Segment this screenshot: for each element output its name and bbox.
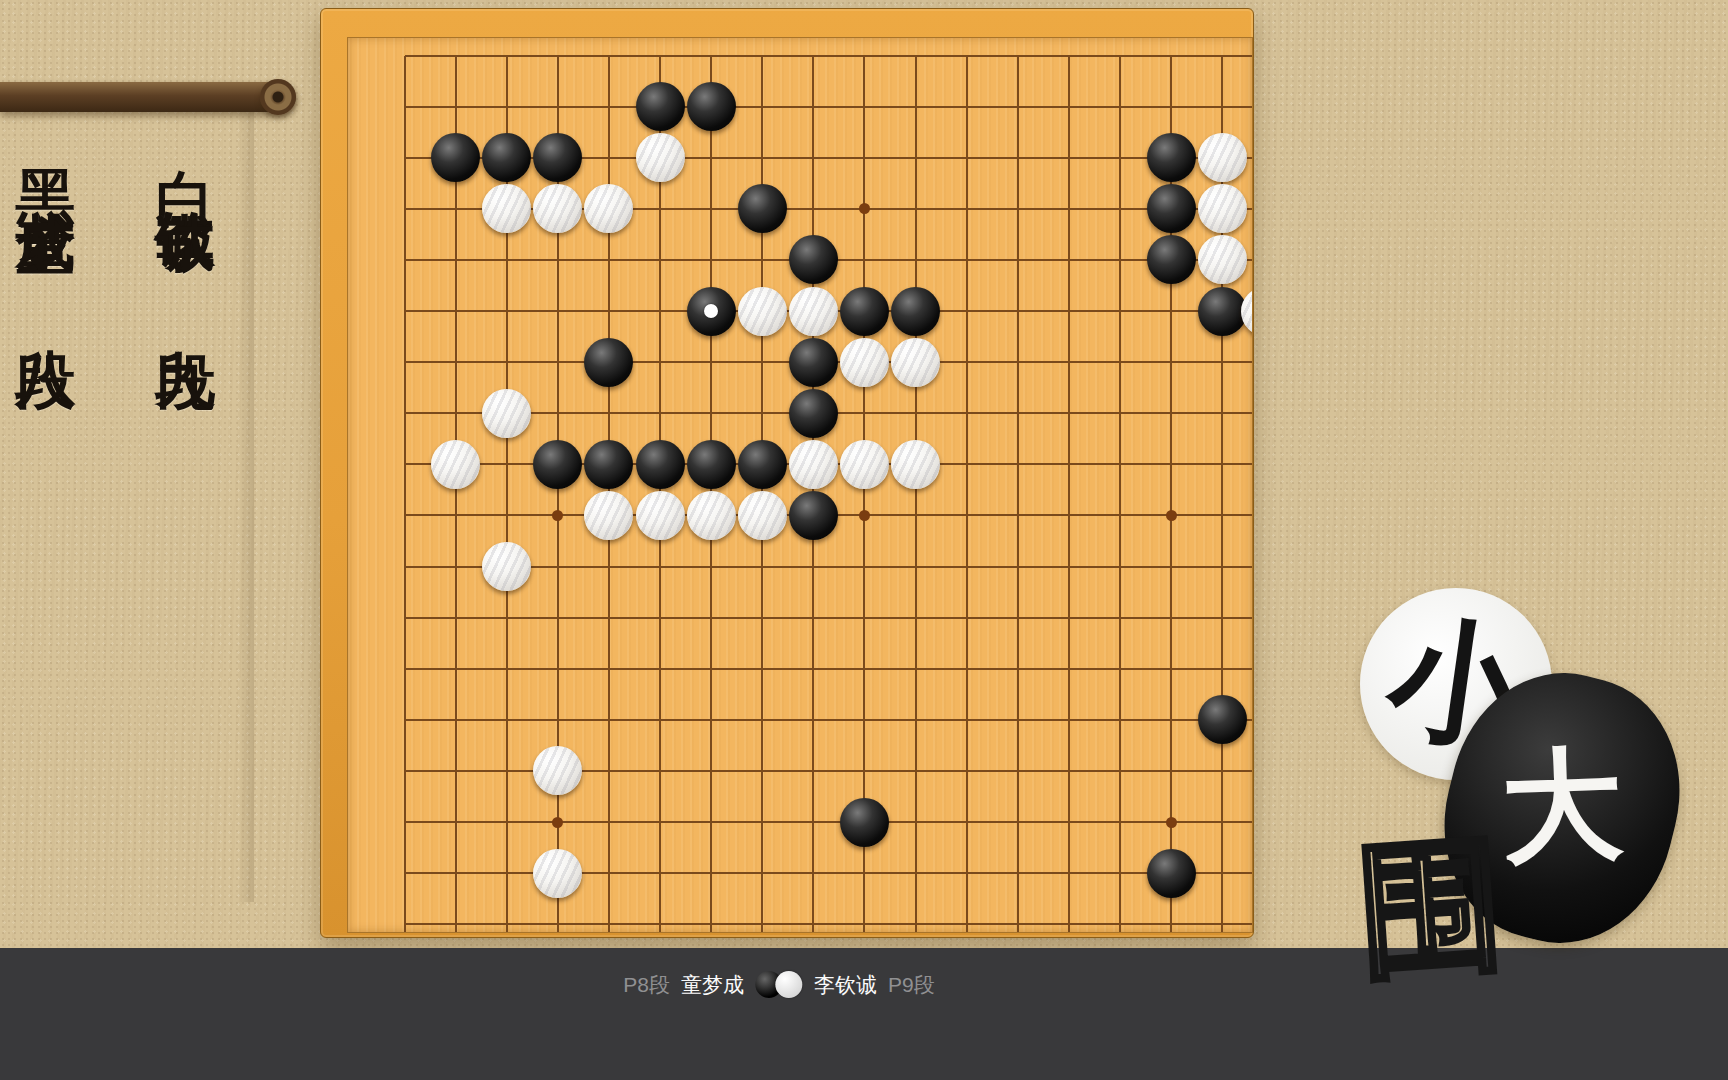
black-stone [840, 287, 889, 336]
black-stone [840, 798, 889, 847]
black-player-column: 黑童梦成八段 [12, 122, 79, 912]
stones-vs-icon [755, 970, 803, 1000]
logo-black-char: 大 [1498, 724, 1626, 892]
black-stone [1147, 184, 1196, 233]
white-stone [891, 440, 940, 489]
white-stone [482, 389, 531, 438]
logo-outline-char: 围 [1351, 805, 1510, 1012]
star-point [859, 203, 870, 214]
black-stone [533, 133, 582, 182]
black-name-label: 童梦成 [681, 971, 744, 999]
white-stone [738, 491, 787, 540]
grid-line [1119, 56, 1121, 934]
grid-line [405, 55, 1254, 57]
black-stone [891, 287, 940, 336]
white-name-label: 李钦诚 [814, 971, 877, 999]
grid-line [915, 56, 917, 934]
scroll-roller-cap-icon [260, 79, 296, 115]
grid-line [405, 157, 1254, 159]
white-stone [1198, 184, 1247, 233]
star-point [1166, 510, 1177, 521]
star-point [552, 510, 563, 521]
white-stone [482, 184, 531, 233]
grid-line [405, 566, 1254, 568]
black-stone [687, 440, 736, 489]
black-stone [533, 440, 582, 489]
white-stone [840, 338, 889, 387]
white-stone [431, 440, 480, 489]
black-stone [1198, 695, 1247, 744]
white-stone [891, 338, 940, 387]
white-player-column: 白李钦诚九段 [152, 122, 219, 912]
grid-line [405, 770, 1254, 772]
black-stone [584, 440, 633, 489]
scroll-edge-shadow [238, 112, 254, 902]
white-stone [1198, 133, 1247, 182]
black-stone [636, 82, 685, 131]
black-stone [789, 235, 838, 284]
white-stone [636, 133, 685, 182]
matchup-row: P8段 童梦成 李钦诚 P9段 [623, 970, 934, 1000]
black-stone [1147, 849, 1196, 898]
black-stone [789, 389, 838, 438]
white-stone [840, 440, 889, 489]
white-stone [1198, 235, 1247, 284]
grid-line [405, 617, 1254, 619]
grid-line [405, 719, 1254, 721]
white-stone [738, 287, 787, 336]
grid-line [1017, 56, 1019, 934]
grid-line [405, 872, 1254, 874]
player-scroll: 黑童梦成八段 白李钦诚九段 [0, 0, 320, 948]
black-stone [431, 133, 480, 182]
star-point [1166, 817, 1177, 828]
black-stone [584, 338, 633, 387]
scroll-roller [0, 82, 296, 112]
grid-line [1068, 56, 1070, 934]
black-stone [738, 184, 787, 233]
go-board[interactable] [347, 37, 1253, 933]
grid-line [405, 821, 1254, 823]
grid-line [405, 106, 1254, 108]
grid-line [455, 56, 457, 934]
white-stone [533, 746, 582, 795]
white-stone [636, 491, 685, 540]
app-logo: 小 大 围 [1352, 578, 1697, 978]
star-point [552, 817, 563, 828]
black-stone [687, 82, 736, 131]
white-stone [482, 542, 531, 591]
white-stone [584, 184, 633, 233]
white-stone [789, 440, 838, 489]
black-stone [1198, 287, 1247, 336]
grid-line [405, 923, 1254, 925]
last-move-marker [704, 304, 718, 318]
grid-line [405, 208, 1254, 210]
white-stone-icon [775, 971, 802, 998]
black-rank-badge: P8段 [623, 971, 670, 999]
white-stone [789, 287, 838, 336]
black-stone [789, 338, 838, 387]
black-stone [1147, 133, 1196, 182]
white-stone [687, 491, 736, 540]
black-stone [1147, 235, 1196, 284]
grid-line [404, 56, 406, 934]
black-stone [636, 440, 685, 489]
board-frame [320, 8, 1254, 938]
white-stone [584, 491, 633, 540]
white-rank-badge: P9段 [888, 971, 935, 999]
black-stone [738, 440, 787, 489]
white-stone [533, 849, 582, 898]
grid-line [966, 56, 968, 934]
grid-line [405, 668, 1254, 670]
star-point [859, 510, 870, 521]
white-stone [533, 184, 582, 233]
black-stone [789, 491, 838, 540]
white-stone [1241, 287, 1253, 336]
app-window: 黑童梦成八段 白李钦诚九段 P8段 童梦成 李钦诚 P9段 小 大 围 [0, 0, 1728, 1080]
black-stone [482, 133, 531, 182]
